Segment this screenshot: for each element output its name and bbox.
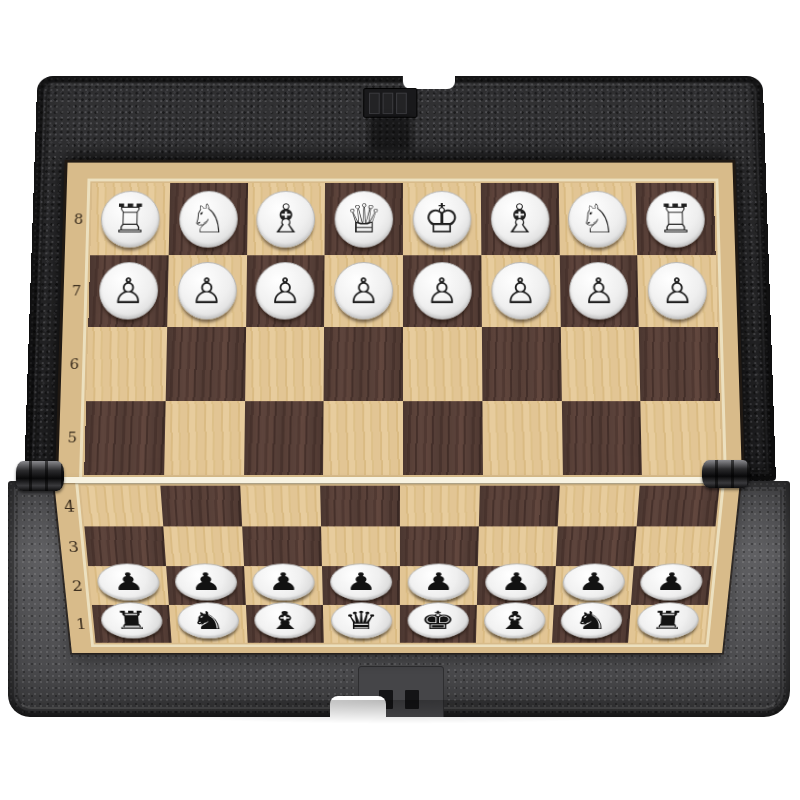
white-pawn-glyph: ♙ (347, 273, 380, 309)
hinge-seam-highlight (54, 477, 744, 483)
square-f3[interactable] (478, 526, 558, 566)
white-rook-glyph: ♖ (111, 199, 149, 239)
white-knight-glyph: ♘ (189, 199, 226, 239)
square-a3[interactable] (84, 526, 166, 566)
square-e2[interactable]: ♟ (400, 566, 478, 605)
square-a5[interactable] (84, 401, 165, 475)
white-king-glyph: ♔ (423, 199, 460, 239)
square-g6[interactable] (560, 327, 640, 400)
board-lower-half: 4321 ♟♟♟♟♟♟♟♟♜♞♝♛♚♝♞♜ (54, 481, 740, 653)
square-h6[interactable] (639, 327, 720, 400)
square-d2[interactable]: ♟ (322, 566, 400, 605)
black-pawn-glyph: ♟ (577, 570, 610, 594)
piece-black-bishop-c1[interactable]: ♝ (253, 602, 316, 638)
white-pawn-glyph: ♙ (190, 273, 223, 309)
square-b4[interactable] (160, 486, 242, 527)
case-drop-shadow (30, 700, 770, 724)
white-pawn-glyph: ♙ (269, 273, 302, 309)
square-f2[interactable]: ♟ (477, 566, 556, 605)
square-h4[interactable] (637, 486, 720, 527)
black-rook-glyph: ♜ (650, 608, 687, 633)
piece-black-rook-h1[interactable]: ♜ (636, 602, 700, 638)
square-b3[interactable] (163, 526, 244, 566)
squares-ranks-8-to-5: ♖♘♗♕♔♗♘♖♙♙♙♙♙♙♙♙ (84, 183, 722, 475)
top-flap: 8765 ♖♘♗♕♔♗♘♖♙♙♙♙♙♙♙♙ (24, 76, 776, 481)
square-f8[interactable]: ♗ (481, 183, 560, 255)
square-f6[interactable] (482, 327, 562, 400)
square-f4[interactable] (479, 486, 560, 527)
piece-black-knight-b1[interactable]: ♞ (176, 602, 239, 638)
square-b7[interactable]: ♙ (167, 255, 247, 327)
black-pawn-glyph: ♟ (112, 570, 145, 594)
square-g8[interactable]: ♘ (558, 183, 637, 255)
square-c8[interactable]: ♗ (247, 183, 326, 255)
square-c6[interactable] (245, 327, 325, 400)
rank-label-6: 6 (60, 327, 88, 400)
white-rook-glyph: ♖ (657, 199, 695, 239)
square-c5[interactable] (244, 401, 324, 475)
square-c3[interactable] (242, 526, 322, 566)
piece-white-pawn-c7[interactable]: ♙ (255, 262, 315, 320)
right-hinge (702, 460, 750, 488)
black-rook-glyph: ♜ (113, 608, 150, 633)
piece-black-bishop-f1[interactable]: ♝ (484, 602, 547, 638)
square-g1[interactable]: ♞ (552, 605, 631, 643)
square-b6[interactable] (165, 327, 245, 400)
squares-ranks-4-to-1: ♟♟♟♟♟♟♟♟♜♞♝♛♚♝♞♜ (80, 486, 719, 643)
square-g3[interactable] (556, 526, 637, 566)
square-c2[interactable]: ♟ (244, 566, 323, 605)
white-bishop-glyph: ♗ (501, 199, 538, 239)
square-d4[interactable] (320, 486, 400, 527)
square-h8[interactable]: ♖ (636, 183, 716, 255)
piece-black-pawn-c2[interactable]: ♟ (252, 563, 315, 600)
piece-white-knight-g8[interactable]: ♘ (568, 191, 628, 248)
piece-white-queen-d8[interactable]: ♕ (334, 191, 393, 248)
rank-label-3: 3 (59, 526, 88, 566)
black-pawn-glyph: ♟ (267, 570, 299, 594)
square-d8[interactable]: ♕ (325, 183, 403, 255)
white-pawn-glyph: ♙ (661, 273, 694, 309)
square-b5[interactable] (164, 401, 245, 475)
square-e4[interactable] (400, 486, 480, 527)
pocket-chess-set-photo: 8765 ♖♘♗♕♔♗♘♖♙♙♙♙♙♙♙♙ 4321 ♟♟♟♟♟♟♟♟♜♞♝♛♚… (0, 0, 800, 800)
latch-rib (396, 93, 407, 114)
white-queen-glyph: ♕ (345, 199, 382, 239)
square-f5[interactable] (482, 401, 562, 475)
square-b1[interactable]: ♞ (169, 605, 248, 643)
rank-label-2: 2 (63, 566, 92, 605)
piece-white-knight-b8[interactable]: ♘ (178, 191, 238, 248)
piece-black-pawn-g2[interactable]: ♟ (562, 563, 626, 600)
white-bishop-glyph: ♗ (267, 199, 304, 239)
square-f7[interactable]: ♙ (481, 255, 560, 327)
square-d3[interactable] (321, 526, 400, 566)
square-e8[interactable]: ♔ (403, 183, 481, 255)
piece-white-pawn-d7[interactable]: ♙ (334, 262, 393, 320)
square-e6[interactable] (403, 327, 482, 400)
piece-white-pawn-f7[interactable]: ♙ (491, 262, 551, 320)
black-pawn-glyph: ♟ (423, 570, 455, 594)
black-queen-glyph: ♛ (344, 608, 379, 633)
piece-white-pawn-b7[interactable]: ♙ (177, 262, 237, 320)
latch-rib (369, 93, 380, 114)
square-c7[interactable]: ♙ (246, 255, 325, 327)
square-h1[interactable]: ♜ (628, 605, 708, 643)
square-g5[interactable] (561, 401, 642, 475)
black-pawn-glyph: ♟ (345, 570, 377, 594)
piece-white-pawn-h7[interactable]: ♙ (647, 262, 707, 320)
piece-white-pawn-e7[interactable]: ♙ (413, 262, 472, 320)
square-a4[interactable] (80, 486, 163, 527)
white-pawn-glyph: ♙ (426, 273, 459, 309)
black-bishop-glyph: ♝ (267, 608, 303, 633)
piece-black-pawn-h2[interactable]: ♟ (639, 563, 704, 600)
piece-white-pawn-g7[interactable]: ♙ (569, 262, 629, 320)
piece-black-pawn-f2[interactable]: ♟ (485, 563, 548, 600)
square-h7[interactable]: ♙ (637, 255, 717, 327)
black-king-glyph: ♚ (421, 608, 456, 633)
piece-white-rook-a8[interactable]: ♖ (100, 191, 160, 248)
square-d1[interactable]: ♛ (323, 605, 400, 643)
board-upper-half: 8765 ♖♘♗♕♔♗♘♖♙♙♙♙♙♙♙♙ (58, 163, 742, 481)
piece-black-king-e1[interactable]: ♚ (407, 602, 469, 638)
piece-white-rook-h8[interactable]: ♖ (646, 191, 706, 248)
square-g7[interactable]: ♙ (559, 255, 639, 327)
black-pawn-glyph: ♟ (500, 570, 532, 594)
left-hinge (16, 461, 64, 491)
black-pawn-glyph: ♟ (655, 570, 688, 594)
square-b8[interactable]: ♘ (168, 183, 247, 255)
piece-white-king-e8[interactable]: ♔ (413, 191, 472, 248)
square-c1[interactable]: ♝ (246, 605, 324, 643)
black-bishop-glyph: ♝ (497, 608, 533, 633)
rank-label-4: 4 (54, 486, 84, 527)
piece-white-bishop-f8[interactable]: ♗ (490, 191, 549, 248)
square-d5[interactable] (323, 401, 403, 475)
white-knight-glyph: ♘ (579, 199, 616, 239)
black-knight-glyph: ♞ (190, 608, 226, 633)
white-pawn-glyph: ♙ (504, 273, 537, 309)
square-d7[interactable]: ♙ (324, 255, 403, 327)
piece-white-bishop-c8[interactable]: ♗ (256, 191, 315, 248)
top-latch-notch (403, 76, 455, 89)
rank-label-8: 8 (65, 183, 92, 255)
square-a1[interactable]: ♜ (92, 605, 172, 643)
piece-black-rook-a1[interactable]: ♜ (99, 602, 163, 638)
square-a6[interactable] (86, 327, 167, 400)
square-g4[interactable] (558, 486, 640, 527)
piece-black-pawn-d2[interactable]: ♟ (330, 563, 392, 600)
piece-black-knight-g1[interactable]: ♞ (560, 602, 624, 638)
top-latch-tab (363, 88, 417, 118)
square-h2[interactable]: ♟ (631, 566, 712, 605)
board-lower-half-perspective: 4321 ♟♟♟♟♟♟♟♟♜♞♝♛♚♝♞♜ (54, 481, 740, 653)
piece-black-queen-d1[interactable]: ♛ (331, 602, 393, 638)
white-pawn-glyph: ♙ (582, 273, 615, 309)
square-a8[interactable]: ♖ (90, 183, 170, 255)
rank-label-5: 5 (58, 401, 86, 475)
square-b2[interactable]: ♟ (166, 566, 246, 605)
black-pawn-glyph: ♟ (190, 570, 223, 594)
square-a2[interactable]: ♟ (88, 566, 169, 605)
square-c4[interactable] (240, 486, 321, 527)
latch-rib (383, 93, 394, 114)
latch-shadow (369, 117, 412, 151)
piece-black-pawn-a2[interactable]: ♟ (96, 563, 161, 600)
square-a7[interactable]: ♙ (88, 255, 168, 327)
square-f1[interactable]: ♝ (476, 605, 554, 643)
square-d6[interactable] (324, 327, 403, 400)
square-h3[interactable] (634, 526, 716, 566)
black-knight-glyph: ♞ (573, 608, 609, 633)
piece-white-pawn-a7[interactable]: ♙ (98, 262, 158, 320)
square-e3[interactable] (400, 526, 479, 566)
square-e5[interactable] (403, 401, 483, 475)
white-pawn-glyph: ♙ (112, 273, 145, 309)
rank-label-7: 7 (63, 255, 91, 327)
piece-black-pawn-b2[interactable]: ♟ (174, 563, 238, 600)
rank-label-1: 1 (67, 605, 96, 643)
piece-black-pawn-e2[interactable]: ♟ (408, 563, 471, 600)
square-e7[interactable]: ♙ (403, 255, 482, 327)
square-g2[interactable]: ♟ (554, 566, 634, 605)
square-e1[interactable]: ♚ (400, 605, 477, 643)
